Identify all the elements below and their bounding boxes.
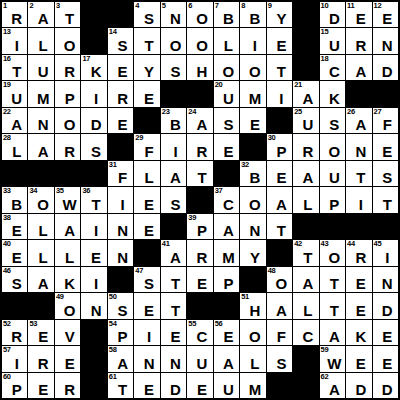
- letter-cell[interactable]: C: [293, 320, 318, 345]
- letter-cell[interactable]: E: [267, 28, 292, 53]
- letter-cell[interactable]: E: [346, 267, 371, 292]
- letter-cell[interactable]: O: [240, 320, 265, 345]
- letter-cell[interactable]: L: [293, 293, 318, 318]
- letter-cell[interactable]: R: [187, 134, 212, 159]
- letter-cell[interactable]: R: [187, 240, 212, 265]
- letter-cell[interactable]: D: [346, 373, 371, 398]
- letter-cell[interactable]: 5N: [161, 2, 186, 27]
- cell-letter: A: [30, 276, 53, 291]
- cell-letter: R: [189, 144, 212, 159]
- cell-letter: I: [269, 91, 292, 106]
- cell-letter: O: [189, 38, 212, 53]
- cell-letter: A: [163, 170, 186, 185]
- letter-cell[interactable]: O: [240, 187, 265, 212]
- letter-cell[interactable]: 42T: [293, 240, 318, 265]
- letter-cell[interactable]: E: [134, 81, 159, 106]
- letter-cell[interactable]: 4S: [134, 2, 159, 27]
- cell-letter: I: [4, 38, 27, 53]
- letter-cell[interactable]: 49O: [55, 293, 80, 318]
- letter-cell[interactable]: 45I: [373, 240, 398, 265]
- letter-cell[interactable]: S: [81, 134, 106, 159]
- letter-cell[interactable]: T: [161, 267, 186, 292]
- letter-cell[interactable]: E: [108, 108, 133, 133]
- letter-cell[interactable]: 31F: [108, 161, 133, 186]
- letter-cell[interactable]: E: [134, 214, 159, 239]
- letter-cell[interactable]: 14S: [108, 28, 133, 53]
- clue-number: 4: [135, 2, 139, 10]
- cell-letter: P: [110, 329, 133, 344]
- letter-cell[interactable]: S: [320, 108, 345, 133]
- letter-cell[interactable]: 39P: [187, 214, 212, 239]
- letter-cell[interactable]: H: [187, 55, 212, 80]
- cell-letter: T: [163, 276, 186, 291]
- letter-cell[interactable]: N: [28, 108, 53, 133]
- letter-cell[interactable]: 54P: [108, 320, 133, 345]
- letter-cell[interactable]: K: [320, 81, 345, 106]
- letter-cell[interactable]: L: [55, 240, 80, 265]
- cell-letter: A: [30, 11, 53, 26]
- block-cell: [81, 373, 106, 398]
- cell-letter: Y: [136, 64, 159, 79]
- letter-cell[interactable]: 3T: [55, 2, 80, 27]
- letter-cell[interactable]: 29F: [134, 134, 159, 159]
- letter-cell[interactable]: A: [293, 267, 318, 292]
- letter-cell[interactable]: Y: [134, 55, 159, 80]
- cell-letter: P: [322, 197, 345, 212]
- letter-cell[interactable]: U: [214, 373, 239, 398]
- letter-cell[interactable]: 6O: [187, 2, 212, 27]
- clue-number: 8: [241, 2, 245, 10]
- letter-cell[interactable]: A: [28, 267, 53, 292]
- letter-cell[interactable]: 56E: [214, 320, 239, 345]
- cell-letter: H: [189, 64, 212, 79]
- letter-cell[interactable]: N: [240, 214, 265, 239]
- letter-cell[interactable]: 25U: [293, 108, 318, 133]
- letter-cell[interactable]: 60P: [2, 373, 27, 398]
- letter-cell[interactable]: 17K: [81, 55, 106, 80]
- crossword-board: 1R2A3T4S5N6O7B8B9Y10D11E12E13ILO14STOOLI…: [0, 0, 400, 400]
- letter-cell[interactable]: A: [346, 55, 371, 80]
- letter-cell[interactable]: A: [293, 161, 318, 186]
- clue-number: 51: [241, 293, 249, 301]
- letter-cell[interactable]: U: [320, 161, 345, 186]
- letter-cell[interactable]: 52R: [2, 320, 27, 345]
- cell-letter: F: [269, 329, 292, 344]
- letter-cell[interactable]: 59W: [320, 346, 345, 371]
- cell-letter: A: [110, 356, 133, 371]
- cell-letter: E: [242, 117, 265, 132]
- cell-letter: E: [136, 303, 159, 318]
- letter-cell[interactable]: E: [187, 267, 212, 292]
- letter-cell[interactable]: E: [187, 373, 212, 398]
- letter-cell[interactable]: P: [214, 267, 239, 292]
- cell-letter: R: [348, 250, 371, 265]
- letter-cell[interactable]: I: [161, 134, 186, 159]
- letter-cell[interactable]: T: [267, 55, 292, 80]
- letter-cell[interactable]: O: [161, 28, 186, 53]
- clue-number: 43: [321, 240, 329, 248]
- letter-cell[interactable]: 11E: [346, 2, 371, 27]
- letter-cell[interactable]: T: [267, 214, 292, 239]
- letter-cell[interactable]: D: [373, 293, 398, 318]
- clue-number: 26: [347, 108, 355, 116]
- letter-cell[interactable]: 47S: [134, 267, 159, 292]
- letter-cell[interactable]: 13I: [2, 28, 27, 53]
- letter-cell[interactable]: I: [240, 28, 265, 53]
- cell-letter: L: [216, 38, 239, 53]
- letter-cell[interactable]: E: [134, 373, 159, 398]
- letter-cell[interactable]: E: [28, 373, 53, 398]
- letter-cell[interactable]: E: [108, 55, 133, 80]
- cell-letter: I: [136, 329, 159, 344]
- letter-cell[interactable]: A: [28, 134, 53, 159]
- block-cell: [320, 214, 345, 239]
- letter-cell[interactable]: 9Y: [267, 2, 292, 27]
- letter-cell[interactable]: 43O: [320, 240, 345, 265]
- cell-letter: E: [375, 144, 398, 159]
- letter-cell[interactable]: 1R: [2, 2, 27, 27]
- letter-cell[interactable]: S: [161, 187, 186, 212]
- clue-number: 22: [3, 108, 11, 116]
- letter-cell[interactable]: E: [161, 320, 186, 345]
- letter-cell[interactable]: I: [81, 214, 106, 239]
- cell-letter: M: [242, 91, 265, 106]
- block-cell: [108, 2, 133, 27]
- cell-letter: D: [375, 303, 398, 318]
- block-cell: [28, 293, 53, 318]
- cell-letter: E: [110, 64, 133, 79]
- letter-cell[interactable]: U: [28, 55, 53, 80]
- letter-cell[interactable]: I: [81, 81, 106, 106]
- cell-letter: F: [110, 170, 133, 185]
- letter-cell[interactable]: I: [267, 81, 292, 106]
- block-cell: [187, 187, 212, 212]
- letter-cell[interactable]: R: [28, 346, 53, 371]
- letter-cell[interactable]: I: [346, 187, 371, 212]
- letter-cell[interactable]: 20U: [214, 81, 239, 106]
- block-cell: [267, 108, 292, 133]
- cell-letter: E: [163, 329, 186, 344]
- letter-cell[interactable]: T: [320, 293, 345, 318]
- block-cell: [293, 28, 318, 53]
- letter-cell[interactable]: P: [55, 81, 80, 106]
- letter-cell[interactable]: M: [240, 81, 265, 106]
- block-cell: [346, 214, 371, 239]
- clue-number: 60: [3, 373, 11, 381]
- letter-cell[interactable]: N: [108, 214, 133, 239]
- cell-letter: N: [136, 356, 159, 371]
- letter-cell[interactable]: N: [373, 267, 398, 292]
- letter-cell[interactable]: 16T: [2, 55, 27, 80]
- letter-cell[interactable]: O: [187, 28, 212, 53]
- cell-letter: T: [322, 303, 345, 318]
- cell-letter: H: [242, 303, 265, 318]
- cell-letter: N: [30, 117, 53, 132]
- letter-cell[interactable]: T: [134, 28, 159, 53]
- letter-cell[interactable]: 58A: [108, 346, 133, 371]
- cell-letter: L: [295, 197, 318, 212]
- cell-letter: E: [4, 223, 27, 238]
- letter-cell[interactable]: E: [373, 320, 398, 345]
- letter-cell[interactable]: A: [55, 214, 80, 239]
- letter-cell[interactable]: 35W: [55, 187, 80, 212]
- letter-cell[interactable]: L: [28, 214, 53, 239]
- letter-cell[interactable]: R: [346, 28, 371, 53]
- letter-cell[interactable]: N: [373, 28, 398, 53]
- letter-cell[interactable]: 18C: [320, 55, 345, 80]
- block-cell: [214, 293, 239, 318]
- letter-cell[interactable]: 10D: [320, 2, 345, 27]
- letter-cell[interactable]: P: [320, 187, 345, 212]
- cell-letter: A: [4, 117, 27, 132]
- letter-cell[interactable]: R: [108, 81, 133, 106]
- letter-cell[interactable]: A: [320, 320, 345, 345]
- letter-cell[interactable]: E: [267, 161, 292, 186]
- letter-cell[interactable]: 62A: [320, 373, 345, 398]
- letter-cell[interactable]: E: [373, 134, 398, 159]
- clue-number: 7: [215, 2, 219, 10]
- letter-cell[interactable]: 21A: [293, 81, 318, 106]
- letter-cell[interactable]: 55C: [187, 320, 212, 345]
- letter-cell[interactable]: 57I: [2, 346, 27, 371]
- letter-cell[interactable]: 12E: [373, 2, 398, 27]
- letter-cell[interactable]: N: [346, 134, 371, 159]
- letter-cell[interactable]: 24A: [187, 108, 212, 133]
- cell-letter: A: [322, 382, 345, 397]
- clue-number: 42: [294, 240, 302, 248]
- cell-letter: E: [216, 329, 239, 344]
- letter-cell[interactable]: E: [134, 187, 159, 212]
- letter-cell[interactable]: T: [187, 161, 212, 186]
- clue-number: 3: [56, 2, 60, 10]
- letter-cell[interactable]: A: [214, 214, 239, 239]
- cell-letter: A: [163, 250, 186, 265]
- cell-letter: S: [269, 356, 292, 371]
- letter-cell[interactable]: T: [346, 161, 371, 186]
- block-cell: [373, 81, 398, 106]
- cell-letter: O: [242, 329, 265, 344]
- clue-number: 6: [188, 2, 192, 10]
- clue-number: 59: [321, 346, 329, 354]
- letter-cell[interactable]: 44R: [346, 240, 371, 265]
- letter-cell[interactable]: O: [214, 55, 239, 80]
- letter-cell[interactable]: I: [81, 267, 106, 292]
- letter-cell[interactable]: S: [267, 346, 292, 371]
- letter-cell[interactable]: A: [267, 293, 292, 318]
- letter-cell[interactable]: V: [55, 320, 80, 345]
- letter-cell[interactable]: 28L: [2, 134, 27, 159]
- cell-letter: A: [348, 64, 371, 79]
- cell-letter: N: [375, 276, 398, 291]
- letter-cell[interactable]: O: [240, 55, 265, 80]
- clue-number: 57: [3, 346, 11, 354]
- letter-cell[interactable]: 26A: [346, 108, 371, 133]
- cell-letter: R: [57, 382, 80, 397]
- letter-cell[interactable]: K: [346, 320, 371, 345]
- cell-letter: E: [375, 11, 398, 26]
- letter-cell[interactable]: E: [55, 346, 80, 371]
- letter-cell[interactable]: 53E: [28, 320, 53, 345]
- cell-letter: A: [189, 117, 212, 132]
- letter-cell[interactable]: 46S: [2, 267, 27, 292]
- clue-number: 61: [109, 373, 117, 381]
- clue-number: 62: [321, 373, 329, 381]
- letter-cell[interactable]: N: [161, 346, 186, 371]
- letter-cell[interactable]: 34O: [28, 187, 53, 212]
- cell-letter: Y: [269, 11, 292, 26]
- cell-letter: N: [110, 223, 133, 238]
- letter-cell[interactable]: N: [134, 346, 159, 371]
- cell-letter: L: [57, 250, 80, 265]
- cell-letter: K: [348, 329, 371, 344]
- letter-cell[interactable]: 50S: [108, 293, 133, 318]
- letter-cell[interactable]: 2A: [28, 2, 53, 27]
- block-cell: [2, 293, 27, 318]
- clue-number: 10: [321, 2, 329, 10]
- cell-letter: L: [30, 223, 53, 238]
- block-cell: [346, 81, 371, 106]
- letter-cell[interactable]: E: [346, 346, 371, 371]
- block-cell: [28, 161, 53, 186]
- cell-letter: O: [242, 64, 265, 79]
- letter-cell[interactable]: 40E: [2, 240, 27, 265]
- letter-cell[interactable]: O: [55, 28, 80, 53]
- clue-number: 29: [135, 134, 143, 142]
- letter-cell[interactable]: 41A: [161, 240, 186, 265]
- letter-cell[interactable]: 7B: [214, 2, 239, 27]
- clue-number: 50: [109, 293, 117, 301]
- letter-cell[interactable]: 48O: [267, 267, 292, 292]
- cell-letter: C: [295, 329, 318, 344]
- letter-cell[interactable]: M: [214, 240, 239, 265]
- letter-cell[interactable]: T: [161, 293, 186, 318]
- letter-cell[interactable]: D: [373, 55, 398, 80]
- letter-cell[interactable]: R: [55, 373, 80, 398]
- letter-cell[interactable]: 33B: [2, 187, 27, 212]
- clue-number: 2: [29, 2, 33, 10]
- letter-cell[interactable]: F: [267, 320, 292, 345]
- letter-cell[interactable]: 38E: [2, 214, 27, 239]
- cell-letter: E: [136, 223, 159, 238]
- letter-cell[interactable]: R: [55, 134, 80, 159]
- cell-letter: F: [375, 117, 398, 132]
- cell-letter: A: [216, 223, 239, 238]
- letter-cell[interactable]: 37C: [214, 187, 239, 212]
- letter-cell[interactable]: E: [134, 293, 159, 318]
- cell-letter: L: [136, 170, 159, 185]
- cell-letter: W: [57, 197, 80, 212]
- cell-letter: N: [163, 356, 186, 371]
- letter-cell[interactable]: 15U: [320, 28, 345, 53]
- letter-cell[interactable]: 30P: [267, 134, 292, 159]
- clue-number: 44: [347, 240, 355, 248]
- cell-letter: N: [163, 11, 186, 26]
- cell-letter: M: [216, 250, 239, 265]
- letter-cell[interactable]: T: [320, 267, 345, 292]
- letter-cell[interactable]: 27F: [373, 108, 398, 133]
- cell-letter: O: [30, 197, 53, 212]
- block-cell: [267, 373, 292, 398]
- letter-cell[interactable]: Y: [240, 240, 265, 265]
- cell-letter: N: [242, 223, 265, 238]
- letter-cell[interactable]: 32B: [240, 161, 265, 186]
- letter-cell[interactable]: 8B: [240, 2, 265, 27]
- letter-cell[interactable]: R: [55, 55, 80, 80]
- cell-letter: R: [4, 329, 27, 344]
- letter-cell[interactable]: S: [373, 161, 398, 186]
- clue-number: 49: [56, 293, 64, 301]
- cell-letter: I: [375, 250, 398, 265]
- letter-cell[interactable]: D: [161, 373, 186, 398]
- letter-cell[interactable]: 23B: [161, 108, 186, 133]
- cell-letter: P: [216, 276, 239, 291]
- letter-cell[interactable]: I: [108, 187, 133, 212]
- letter-cell[interactable]: L: [28, 240, 53, 265]
- letter-cell[interactable]: E: [346, 293, 371, 318]
- cell-letter: E: [136, 197, 159, 212]
- letter-cell[interactable]: O: [55, 108, 80, 133]
- cell-letter: D: [375, 382, 398, 397]
- letter-cell[interactable]: 51H: [240, 293, 265, 318]
- letter-cell[interactable]: S: [214, 108, 239, 133]
- block-cell: [134, 108, 159, 133]
- letter-cell[interactable]: E: [81, 240, 106, 265]
- letter-cell[interactable]: D: [81, 108, 106, 133]
- letter-cell[interactable]: L: [240, 346, 265, 371]
- letter-cell[interactable]: O: [320, 134, 345, 159]
- letter-cell[interactable]: M: [28, 81, 53, 106]
- clue-number: 18: [321, 55, 329, 63]
- letter-cell[interactable]: L: [214, 28, 239, 53]
- letter-cell[interactable]: 19U: [2, 81, 27, 106]
- block-cell: [187, 81, 212, 106]
- cell-letter: I: [163, 144, 186, 159]
- letter-cell[interactable]: M: [240, 373, 265, 398]
- block-cell: [81, 2, 106, 27]
- letter-cell[interactable]: E: [214, 134, 239, 159]
- cell-letter: S: [136, 11, 159, 26]
- letter-cell[interactable]: K: [55, 267, 80, 292]
- letter-cell[interactable]: D: [373, 373, 398, 398]
- letter-cell[interactable]: 22A: [2, 108, 27, 133]
- clue-number: 37: [215, 187, 223, 195]
- letter-cell[interactable]: T: [373, 187, 398, 212]
- cell-letter: O: [242, 197, 265, 212]
- letter-cell[interactable]: 61T: [108, 373, 133, 398]
- letter-cell[interactable]: S: [161, 55, 186, 80]
- clue-number: 33: [3, 187, 11, 195]
- letter-cell[interactable]: A: [267, 187, 292, 212]
- cell-letter: E: [136, 382, 159, 397]
- clue-number: 34: [29, 187, 37, 195]
- letter-cell[interactable]: A: [161, 161, 186, 186]
- letter-cell[interactable]: 36T: [81, 187, 106, 212]
- clue-number: 36: [82, 187, 90, 195]
- letter-cell[interactable]: L: [134, 161, 159, 186]
- letter-cell[interactable]: A: [214, 346, 239, 371]
- letter-cell[interactable]: R: [293, 134, 318, 159]
- letter-cell[interactable]: I: [134, 320, 159, 345]
- block-cell: [293, 55, 318, 80]
- clue-number: 19: [3, 81, 11, 89]
- letter-cell[interactable]: L: [293, 187, 318, 212]
- letter-cell[interactable]: E: [373, 346, 398, 371]
- letter-cell[interactable]: L: [28, 28, 53, 53]
- letter-cell[interactable]: N: [81, 293, 106, 318]
- letter-cell[interactable]: U: [187, 346, 212, 371]
- letter-cell[interactable]: E: [240, 108, 265, 133]
- letter-cell[interactable]: N: [108, 240, 133, 265]
